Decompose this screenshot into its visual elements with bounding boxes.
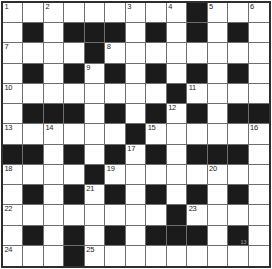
clue-number: 18 bbox=[5, 165, 13, 174]
cell-r4c2[interactable] bbox=[44, 84, 64, 104]
cell-r12c12[interactable] bbox=[249, 246, 269, 266]
black-cell-r11c11: 13 bbox=[228, 226, 248, 246]
cell-r3c12[interactable] bbox=[249, 64, 269, 84]
cell-r6c11[interactable] bbox=[228, 124, 248, 144]
cell-r1c2[interactable] bbox=[44, 23, 64, 43]
cell-r8c11[interactable] bbox=[228, 165, 248, 185]
clue-number: 4 bbox=[168, 3, 172, 12]
clue-number: 11 bbox=[189, 84, 196, 93]
clue-number: 20 bbox=[209, 165, 217, 174]
cell-r4c10[interactable] bbox=[208, 84, 228, 104]
cell-r4c1[interactable] bbox=[23, 84, 43, 104]
cell-r8c2[interactable] bbox=[44, 165, 64, 185]
cell-r12c5[interactable] bbox=[105, 246, 125, 266]
cell-r11c0[interactable] bbox=[3, 226, 23, 246]
black-cell-r3c9 bbox=[187, 64, 207, 84]
cell-r0c0[interactable]: 1 bbox=[3, 3, 23, 23]
cell-r4c4[interactable] bbox=[85, 84, 105, 104]
cell-r0c10[interactable]: 5 bbox=[208, 3, 228, 23]
cell-r6c1[interactable] bbox=[23, 124, 43, 144]
cell-r6c3[interactable] bbox=[64, 124, 84, 144]
black-cell-r9c9 bbox=[187, 185, 207, 205]
clue-number: 17 bbox=[127, 145, 135, 154]
cell-r4c0[interactable]: 10 bbox=[3, 84, 23, 104]
cell-r10c3[interactable] bbox=[64, 205, 84, 225]
cell-r8c0[interactable]: 18 bbox=[3, 165, 23, 185]
cell-r2c8[interactable] bbox=[167, 43, 187, 63]
cell-r7c2[interactable] bbox=[44, 145, 64, 165]
cell-r10c9[interactable]: 23 bbox=[187, 205, 207, 225]
cell-r11c12[interactable] bbox=[249, 226, 269, 246]
cell-r10c7[interactable] bbox=[146, 205, 166, 225]
cell-r9c8[interactable] bbox=[167, 185, 187, 205]
cell-r2c0[interactable]: 7 bbox=[3, 43, 23, 63]
black-cell-r7c0 bbox=[3, 145, 23, 165]
cell-r0c8[interactable]: 4 bbox=[167, 3, 187, 23]
cell-r0c1[interactable] bbox=[23, 3, 43, 23]
clue-number: 21 bbox=[86, 185, 94, 194]
clue-number: 6 bbox=[250, 3, 254, 12]
crossword-grid: 1234567891011121314151617181920212223132… bbox=[1, 1, 271, 268]
black-cell-r1c4 bbox=[85, 23, 105, 43]
cell-r0c7[interactable] bbox=[146, 3, 166, 23]
cell-r0c11[interactable] bbox=[228, 3, 248, 23]
black-cell-r5c12 bbox=[249, 104, 269, 124]
cell-r0c5[interactable] bbox=[105, 3, 125, 23]
black-cell-r7c11 bbox=[228, 145, 248, 165]
cell-r6c9[interactable] bbox=[187, 124, 207, 144]
cell-r10c12[interactable] bbox=[249, 205, 269, 225]
cell-r2c3[interactable] bbox=[64, 43, 84, 63]
cell-r8c10[interactable]: 20 bbox=[208, 165, 228, 185]
cell-r10c1[interactable] bbox=[23, 205, 43, 225]
cell-r12c8[interactable] bbox=[167, 246, 187, 266]
cell-r2c10[interactable] bbox=[208, 43, 228, 63]
black-cell-r11c7 bbox=[146, 226, 166, 246]
cell-r5c10[interactable] bbox=[208, 104, 228, 124]
cell-r0c3[interactable] bbox=[64, 3, 84, 23]
black-cell-r9c3 bbox=[64, 185, 84, 205]
cell-r9c4[interactable]: 21 bbox=[85, 185, 105, 205]
cell-r7c8[interactable] bbox=[167, 145, 187, 165]
clue-number: 23 bbox=[189, 205, 197, 214]
cell-r6c7[interactable]: 15 bbox=[146, 124, 166, 144]
cell-r2c5[interactable]: 8 bbox=[105, 43, 125, 63]
cell-r5c0[interactable] bbox=[3, 104, 23, 124]
black-cell-r11c3 bbox=[64, 226, 84, 246]
black-cell-r5c7 bbox=[146, 104, 166, 124]
clue-number: 12 bbox=[168, 104, 176, 113]
clue-number: 25 bbox=[86, 246, 94, 255]
black-cell-r7c3 bbox=[64, 145, 84, 165]
black-cell-r3c5 bbox=[105, 64, 125, 84]
puzzle-watermark: 13 bbox=[240, 239, 246, 245]
cell-r10c4[interactable] bbox=[85, 205, 105, 225]
cell-r11c10[interactable] bbox=[208, 226, 228, 246]
black-cell-r11c5 bbox=[105, 226, 125, 246]
black-cell-r9c7 bbox=[146, 185, 166, 205]
black-cell-r7c10 bbox=[208, 145, 228, 165]
cell-r9c10[interactable] bbox=[208, 185, 228, 205]
cell-r12c10[interactable] bbox=[208, 246, 228, 266]
black-cell-r3c7 bbox=[146, 64, 166, 84]
cell-r8c9[interactable] bbox=[187, 165, 207, 185]
cell-r8c3[interactable] bbox=[64, 165, 84, 185]
black-cell-r1c11 bbox=[228, 23, 248, 43]
cell-r3c10[interactable] bbox=[208, 64, 228, 84]
cell-r8c1[interactable] bbox=[23, 165, 43, 185]
cell-r2c9[interactable] bbox=[187, 43, 207, 63]
cell-r6c12[interactable]: 16 bbox=[249, 124, 269, 144]
black-cell-r5c2 bbox=[44, 104, 64, 124]
cell-r0c2[interactable]: 2 bbox=[44, 3, 64, 23]
black-cell-r11c8 bbox=[167, 226, 187, 246]
black-cell-r0c9 bbox=[187, 3, 207, 23]
cell-r10c11[interactable] bbox=[228, 205, 248, 225]
cell-r9c0[interactable] bbox=[3, 185, 23, 205]
black-cell-r1c3 bbox=[64, 23, 84, 43]
cell-r10c5[interactable] bbox=[105, 205, 125, 225]
cell-r0c4[interactable] bbox=[85, 3, 105, 23]
cell-r9c6[interactable] bbox=[126, 185, 146, 205]
cell-r11c4[interactable] bbox=[85, 226, 105, 246]
black-cell-r9c5 bbox=[105, 185, 125, 205]
black-cell-r3c11 bbox=[228, 64, 248, 84]
cell-r8c6[interactable] bbox=[126, 165, 146, 185]
black-cell-r8c4 bbox=[85, 165, 105, 185]
black-cell-r12c3 bbox=[64, 246, 84, 266]
clue-number: 2 bbox=[45, 3, 49, 12]
cell-r3c4[interactable]: 9 bbox=[85, 64, 105, 84]
black-cell-r1c1 bbox=[23, 23, 43, 43]
cell-r7c4[interactable] bbox=[85, 145, 105, 165]
cell-r10c6[interactable] bbox=[126, 205, 146, 225]
cell-r3c0[interactable] bbox=[3, 64, 23, 84]
cell-r12c1[interactable] bbox=[23, 246, 43, 266]
cell-r2c2[interactable] bbox=[44, 43, 64, 63]
cell-r1c12[interactable] bbox=[249, 23, 269, 43]
cell-r9c2[interactable] bbox=[44, 185, 64, 205]
black-cell-r1c9 bbox=[187, 23, 207, 43]
black-cell-r5c5 bbox=[105, 104, 125, 124]
cell-r6c10[interactable] bbox=[208, 124, 228, 144]
black-cell-r7c5 bbox=[105, 145, 125, 165]
cell-r4c12[interactable] bbox=[249, 84, 269, 104]
cell-r1c8[interactable] bbox=[167, 23, 187, 43]
black-cell-r4c8 bbox=[167, 84, 187, 104]
cell-r7c12[interactable] bbox=[249, 145, 269, 165]
black-cell-r2c4 bbox=[85, 43, 105, 63]
cell-r0c12[interactable]: 6 bbox=[249, 3, 269, 23]
cell-r4c7[interactable] bbox=[146, 84, 166, 104]
clue-number: 10 bbox=[5, 84, 13, 93]
black-cell-r3c3 bbox=[64, 64, 84, 84]
crossword-board: 1234567891011121314151617181920212223132… bbox=[0, 0, 272, 269]
black-cell-r7c9 bbox=[187, 145, 207, 165]
cell-r6c5[interactable] bbox=[105, 124, 125, 144]
cell-r4c5[interactable] bbox=[105, 84, 125, 104]
cell-r0c6[interactable]: 3 bbox=[126, 3, 146, 23]
clue-number: 3 bbox=[127, 3, 131, 12]
cell-r4c11[interactable] bbox=[228, 84, 248, 104]
black-cell-r9c11 bbox=[228, 185, 248, 205]
clue-number: 13 bbox=[5, 124, 13, 133]
cell-r2c12[interactable] bbox=[249, 43, 269, 63]
cell-r11c2[interactable] bbox=[44, 226, 64, 246]
cell-r4c6[interactable] bbox=[126, 84, 146, 104]
black-cell-r7c7 bbox=[146, 145, 166, 165]
cell-r10c2[interactable] bbox=[44, 205, 64, 225]
cell-r12c2[interactable] bbox=[44, 246, 64, 266]
black-cell-r11c9 bbox=[187, 226, 207, 246]
cell-r12c6[interactable] bbox=[126, 246, 146, 266]
cell-r3c2[interactable] bbox=[44, 64, 64, 84]
cell-r11c6[interactable] bbox=[126, 226, 146, 246]
cell-r7c6[interactable]: 17 bbox=[126, 145, 146, 165]
cell-r8c12[interactable] bbox=[249, 165, 269, 185]
cell-r10c10[interactable] bbox=[208, 205, 228, 225]
cell-r6c2[interactable]: 14 bbox=[44, 124, 64, 144]
black-cell-r6c6 bbox=[126, 124, 146, 144]
cell-r1c10[interactable] bbox=[208, 23, 228, 43]
cell-r5c4[interactable] bbox=[85, 104, 105, 124]
cell-r1c6[interactable] bbox=[126, 23, 146, 43]
cell-r4c9[interactable]: 11 bbox=[187, 84, 207, 104]
cell-r9c12[interactable] bbox=[249, 185, 269, 205]
cell-r6c0[interactable]: 13 bbox=[3, 124, 23, 144]
cell-r12c0[interactable]: 24 bbox=[3, 246, 23, 266]
cell-r12c7[interactable] bbox=[146, 246, 166, 266]
cell-r6c4[interactable] bbox=[85, 124, 105, 144]
cell-r6c8[interactable] bbox=[167, 124, 187, 144]
black-cell-r5c3 bbox=[64, 104, 84, 124]
black-cell-r5c11 bbox=[228, 104, 248, 124]
cell-r10c0[interactable]: 22 bbox=[3, 205, 23, 225]
cell-r3c8[interactable] bbox=[167, 64, 187, 84]
cell-r12c11[interactable] bbox=[228, 246, 248, 266]
cell-r12c9[interactable] bbox=[187, 246, 207, 266]
cell-r8c8[interactable] bbox=[167, 165, 187, 185]
black-cell-r1c7 bbox=[146, 23, 166, 43]
cell-r12c4[interactable]: 25 bbox=[85, 246, 105, 266]
cell-r3c6[interactable] bbox=[126, 64, 146, 84]
clue-number: 19 bbox=[107, 165, 115, 174]
clue-number: 8 bbox=[107, 43, 111, 52]
clue-number: 7 bbox=[5, 43, 9, 52]
black-cell-r9c1 bbox=[23, 185, 43, 205]
black-cell-r11c1 bbox=[23, 226, 43, 246]
cell-r4c3[interactable] bbox=[64, 84, 84, 104]
cell-r2c7[interactable] bbox=[146, 43, 166, 63]
clue-number: 1 bbox=[5, 3, 9, 12]
cell-r5c8[interactable]: 12 bbox=[167, 104, 187, 124]
cell-r2c1[interactable] bbox=[23, 43, 43, 63]
cell-r2c11[interactable] bbox=[228, 43, 248, 63]
clue-number: 16 bbox=[250, 124, 258, 133]
cell-r5c6[interactable] bbox=[126, 104, 146, 124]
black-cell-r7c1 bbox=[23, 145, 43, 165]
black-cell-r1c5 bbox=[105, 23, 125, 43]
black-cell-r5c1 bbox=[23, 104, 43, 124]
black-cell-r5c9 bbox=[187, 104, 207, 124]
clue-number: 15 bbox=[148, 124, 156, 133]
black-cell-r3c1 bbox=[23, 64, 43, 84]
clue-number: 14 bbox=[45, 124, 53, 133]
clue-number: 9 bbox=[86, 64, 90, 73]
cell-r1c0[interactable] bbox=[3, 23, 23, 43]
cell-r8c5[interactable]: 19 bbox=[105, 165, 125, 185]
clue-number: 24 bbox=[5, 246, 13, 255]
clue-number: 5 bbox=[209, 3, 213, 12]
clue-number: 22 bbox=[5, 205, 13, 214]
cell-r8c7[interactable] bbox=[146, 165, 166, 185]
black-cell-r10c8 bbox=[167, 205, 187, 225]
cell-r2c6[interactable] bbox=[126, 43, 146, 63]
